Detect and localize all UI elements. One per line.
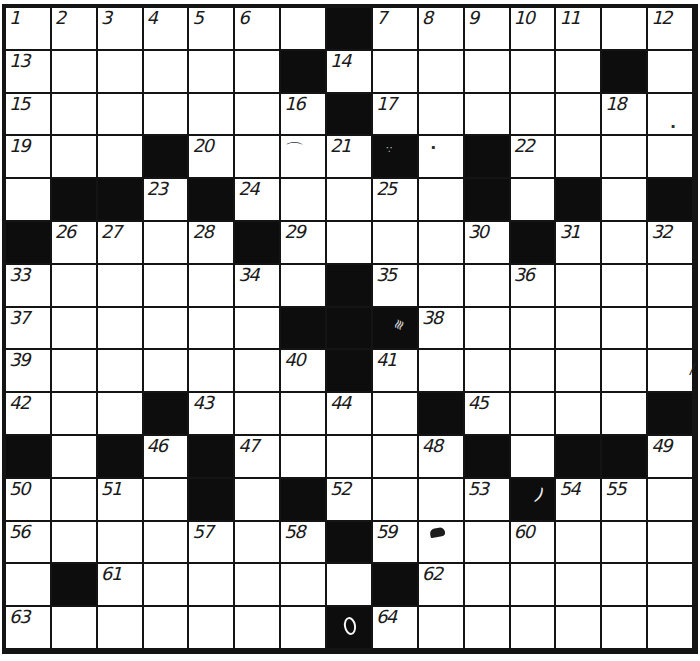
white-cell-r7c6[interactable]: 34 xyxy=(235,265,281,308)
white-cell-r7c7[interactable] xyxy=(281,265,327,308)
clue-number-30: 30 xyxy=(468,222,488,243)
white-cell-r12c14[interactable]: 55 xyxy=(602,479,648,522)
white-cell-r8c15[interactable] xyxy=(648,308,694,351)
white-cell-r10c2[interactable] xyxy=(52,393,98,436)
clue-number-19: 19 xyxy=(9,136,29,157)
clue-number-11: 11 xyxy=(559,8,579,29)
white-cell-r3c4[interactable] xyxy=(144,94,190,137)
white-cell-r7c1[interactable]: 33 xyxy=(6,265,52,308)
white-cell-r9c5[interactable] xyxy=(189,350,235,393)
white-cell-r13c5[interactable]: 57 xyxy=(189,522,235,565)
pencil-mark-white-scribble: ≋ xyxy=(391,319,407,333)
white-cell-r13c1[interactable]: 56 xyxy=(6,522,52,565)
clue-number-28: 28 xyxy=(192,222,212,243)
white-cell-r4c3[interactable] xyxy=(98,136,144,179)
clue-number-50: 50 xyxy=(9,479,29,500)
white-cell-r3c13[interactable] xyxy=(556,94,602,137)
white-cell-r9c6[interactable] xyxy=(235,350,281,393)
white-cell-r14c6[interactable] xyxy=(235,564,281,607)
white-cell-r11c10[interactable]: 48 xyxy=(419,436,465,479)
white-cell-r4c2[interactable] xyxy=(52,136,98,179)
clue-number-7: 7 xyxy=(376,8,386,29)
black-cell-r2c7 xyxy=(281,51,327,94)
white-cell-r1c12[interactable]: 10 xyxy=(511,8,557,51)
white-cell-r1c5[interactable]: 5 xyxy=(189,8,235,51)
white-cell-r13c4[interactable] xyxy=(144,522,190,565)
white-cell-r2c12[interactable] xyxy=(511,51,557,94)
white-cell-r8c10[interactable]: 38 xyxy=(419,308,465,351)
pencil-mark-pencil-dot: · xyxy=(430,140,436,156)
white-cell-r7c13[interactable] xyxy=(556,265,602,308)
black-cell-r5c5 xyxy=(189,179,235,222)
black-cell-r11c5 xyxy=(189,436,235,479)
white-cell-r11c15[interactable]: 49 xyxy=(648,436,694,479)
pencil-mark-white-specks: ∵ xyxy=(386,145,392,155)
white-cell-r6c2[interactable]: 26 xyxy=(52,222,98,265)
clue-number-46: 46 xyxy=(147,436,167,457)
white-cell-r9c12[interactable] xyxy=(511,350,557,393)
white-cell-r15c11[interactable] xyxy=(465,607,511,650)
white-cell-r12c4[interactable] xyxy=(144,479,190,522)
white-cell-r3c12[interactable] xyxy=(511,94,557,137)
black-cell-r8c8 xyxy=(327,308,373,351)
black-cell-r12c5 xyxy=(189,479,235,522)
white-cell-r9c11[interactable] xyxy=(465,350,511,393)
white-cell-r6c11[interactable]: 30 xyxy=(465,222,511,265)
clue-number-52: 52 xyxy=(330,479,350,500)
white-cell-r3c10[interactable] xyxy=(419,94,465,137)
white-cell-r9c13[interactable] xyxy=(556,350,602,393)
white-cell-r1c15[interactable]: 12 xyxy=(648,8,694,51)
white-cell-r15c1[interactable]: 63 xyxy=(6,607,52,650)
black-cell-r10c10 xyxy=(419,393,465,436)
black-cell-r11c11 xyxy=(465,436,511,479)
black-cell-r4c11 xyxy=(465,136,511,179)
white-cell-r3c3[interactable] xyxy=(98,94,144,137)
white-cell-r14c1[interactable] xyxy=(6,564,52,607)
clue-number-56: 56 xyxy=(9,522,29,543)
black-cell-r14c9 xyxy=(373,564,419,607)
white-cell-r7c10[interactable] xyxy=(419,265,465,308)
white-cell-r5c12[interactable] xyxy=(511,179,557,222)
white-cell-r5c4[interactable]: 23 xyxy=(144,179,190,222)
scanned-crossword-page: 123456789101112131415161718·1920⌒21∵·222… xyxy=(0,0,700,661)
black-cell-r13c8 xyxy=(327,522,373,565)
pencil-mark-pencil-dot: · xyxy=(670,119,676,135)
white-cell-r10c8[interactable]: 44 xyxy=(327,393,373,436)
clue-number-24: 24 xyxy=(238,179,258,200)
white-cell-r2c5[interactable] xyxy=(189,51,235,94)
white-cell-r12c11[interactable]: 53 xyxy=(465,479,511,522)
white-cell-r1c4[interactable]: 4 xyxy=(144,8,190,51)
black-cell-r5c13 xyxy=(556,179,602,222)
white-cell-r9c15[interactable] xyxy=(648,350,694,393)
white-cell-r7c3[interactable] xyxy=(98,265,144,308)
crossword-board: 123456789101112131415161718·1920⌒21∵·222… xyxy=(2,4,698,654)
clue-number-31: 31 xyxy=(559,222,579,243)
white-cell-r1c2[interactable]: 2 xyxy=(52,8,98,51)
white-cell-r2c3[interactable] xyxy=(98,51,144,94)
white-cell-r10c7[interactable] xyxy=(281,393,327,436)
clue-number-59: 59 xyxy=(376,522,396,543)
clue-number-12: 12 xyxy=(651,8,671,29)
clue-number-39: 39 xyxy=(9,350,29,371)
white-cell-r13c9[interactable]: 59 xyxy=(373,522,419,565)
white-cell-r14c10[interactable]: 62 xyxy=(419,564,465,607)
white-cell-r6c13[interactable]: 31 xyxy=(556,222,602,265)
white-cell-r10c11[interactable]: 45 xyxy=(465,393,511,436)
white-cell-r8c3[interactable] xyxy=(98,308,144,351)
white-cell-r1c11[interactable]: 9 xyxy=(465,8,511,51)
clue-number-22: 22 xyxy=(514,136,534,157)
white-cell-r12c15[interactable] xyxy=(648,479,694,522)
white-cell-r2c13[interactable] xyxy=(556,51,602,94)
white-cell-r7c12[interactable]: 36 xyxy=(511,265,557,308)
black-cell-r6c6 xyxy=(235,222,281,265)
white-cell-r14c5[interactable] xyxy=(189,564,235,607)
pencil-mark-white-curve: ) xyxy=(533,486,544,504)
white-cell-r13c7[interactable]: 58 xyxy=(281,522,327,565)
white-cell-r14c3[interactable]: 61 xyxy=(98,564,144,607)
white-cell-r3c14[interactable]: 18 xyxy=(602,94,648,137)
black-cell-r12c7 xyxy=(281,479,327,522)
white-cell-r14c14[interactable] xyxy=(602,564,648,607)
white-cell-r10c14[interactable] xyxy=(602,393,648,436)
white-cell-r10c13[interactable] xyxy=(556,393,602,436)
white-cell-r7c5[interactable] xyxy=(189,265,235,308)
clue-number-64: 64 xyxy=(376,607,396,628)
black-cell-r10c4 xyxy=(144,393,190,436)
white-cell-r15c7[interactable] xyxy=(281,607,327,650)
white-cell-r11c2[interactable] xyxy=(52,436,98,479)
white-cell-r3c7[interactable]: 16 xyxy=(281,94,327,137)
clue-number-18: 18 xyxy=(605,94,625,115)
white-cell-r4c7[interactable]: ⌒ xyxy=(281,136,327,179)
white-cell-r2c15[interactable] xyxy=(648,51,694,94)
white-cell-r3c1[interactable]: 15 xyxy=(6,94,52,137)
white-cell-r12c2[interactable] xyxy=(52,479,98,522)
clue-number-58: 58 xyxy=(284,522,304,543)
white-cell-r8c13[interactable] xyxy=(556,308,602,351)
clue-number-63: 63 xyxy=(9,607,29,628)
white-cell-r4c13[interactable] xyxy=(556,136,602,179)
clue-number-26: 26 xyxy=(55,222,75,243)
white-cell-r5c10[interactable] xyxy=(419,179,465,222)
black-cell-r3c8 xyxy=(327,94,373,137)
black-cell-r7c8 xyxy=(327,265,373,308)
clue-number-60: 60 xyxy=(514,522,534,543)
black-cell-r8c9: ≋ xyxy=(373,308,419,351)
white-cell-r2c8[interactable]: 14 xyxy=(327,51,373,94)
black-cell-r9c8 xyxy=(327,350,373,393)
clue-number-3: 3 xyxy=(101,8,111,29)
clue-number-14: 14 xyxy=(330,51,350,72)
white-cell-r7c9[interactable]: 35 xyxy=(373,265,419,308)
white-cell-r13c2[interactable] xyxy=(52,522,98,565)
black-cell-r11c1 xyxy=(6,436,52,479)
black-cell-r11c14 xyxy=(602,436,648,479)
white-cell-r4c15[interactable] xyxy=(648,136,694,179)
white-cell-r8c12[interactable] xyxy=(511,308,557,351)
clue-number-5: 5 xyxy=(192,8,202,29)
black-cell-r8c7 xyxy=(281,308,327,351)
white-cell-r1c10[interactable]: 8 xyxy=(419,8,465,51)
white-cell-r15c10[interactable] xyxy=(419,607,465,650)
white-cell-r15c5[interactable] xyxy=(189,607,235,650)
clue-number-10: 10 xyxy=(514,8,534,29)
clue-number-49: 49 xyxy=(651,436,671,457)
clue-number-35: 35 xyxy=(376,265,396,286)
black-cell-r5c3 xyxy=(98,179,144,222)
white-cell-r1c6[interactable]: 6 xyxy=(235,8,281,51)
white-cell-r2c6[interactable] xyxy=(235,51,281,94)
white-cell-r10c1[interactable]: 42 xyxy=(6,393,52,436)
clue-number-47: 47 xyxy=(238,436,258,457)
white-cell-r7c11[interactable] xyxy=(465,265,511,308)
clue-number-40: 40 xyxy=(284,350,304,371)
white-cell-r12c1[interactable]: 50 xyxy=(6,479,52,522)
black-cell-r5c11 xyxy=(465,179,511,222)
white-cell-r12c6[interactable] xyxy=(235,479,281,522)
white-cell-r15c13[interactable] xyxy=(556,607,602,650)
black-cell-r11c3 xyxy=(98,436,144,479)
clue-number-38: 38 xyxy=(422,308,442,329)
white-cell-r13c3[interactable] xyxy=(98,522,144,565)
white-cell-r10c5[interactable]: 43 xyxy=(189,393,235,436)
white-cell-r11c4[interactable]: 46 xyxy=(144,436,190,479)
white-cell-r7c15[interactable] xyxy=(648,265,694,308)
white-cell-r5c14[interactable] xyxy=(602,179,648,222)
white-cell-r6c8[interactable] xyxy=(327,222,373,265)
clue-number-62: 62 xyxy=(422,564,442,585)
white-cell-r1c13[interactable]: 11 xyxy=(556,8,602,51)
white-cell-r14c7[interactable] xyxy=(281,564,327,607)
white-cell-r8c11[interactable] xyxy=(465,308,511,351)
white-cell-r1c3[interactable]: 3 xyxy=(98,8,144,51)
white-cell-r12c8[interactable]: 52 xyxy=(327,479,373,522)
white-cell-r8c5[interactable] xyxy=(189,308,235,351)
white-cell-r9c1[interactable]: 39 xyxy=(6,350,52,393)
white-cell-r14c4[interactable] xyxy=(144,564,190,607)
white-cell-r1c1[interactable]: 1 xyxy=(6,8,52,51)
clue-number-9: 9 xyxy=(468,8,478,29)
white-cell-r6c4[interactable] xyxy=(144,222,190,265)
white-cell-r5c9[interactable]: 25 xyxy=(373,179,419,222)
clue-number-1: 1 xyxy=(9,8,19,29)
white-cell-r11c8[interactable] xyxy=(327,436,373,479)
black-cell-r5c2 xyxy=(52,179,98,222)
clue-number-17: 17 xyxy=(376,94,396,115)
white-cell-r8c2[interactable] xyxy=(52,308,98,351)
clue-number-15: 15 xyxy=(9,94,29,115)
clue-number-29: 29 xyxy=(284,222,304,243)
white-cell-r2c11[interactable] xyxy=(465,51,511,94)
white-cell-r5c1[interactable] xyxy=(6,179,52,222)
clue-number-61: 61 xyxy=(101,564,121,585)
white-cell-r6c3[interactable]: 27 xyxy=(98,222,144,265)
white-cell-r10c9[interactable] xyxy=(373,393,419,436)
clue-number-48: 48 xyxy=(422,436,442,457)
white-cell-r14c15[interactable] xyxy=(648,564,694,607)
white-cell-r13c14[interactable] xyxy=(602,522,648,565)
white-cell-r8c4[interactable] xyxy=(144,308,190,351)
pencil-mark-pencil-curve: ⌒ xyxy=(285,142,305,157)
black-cell-r11c13 xyxy=(556,436,602,479)
black-cell-r5c15 xyxy=(648,179,694,222)
clue-number-21: 21 xyxy=(330,136,350,157)
white-cell-r9c10[interactable] xyxy=(419,350,465,393)
white-cell-r2c2[interactable] xyxy=(52,51,98,94)
white-cell-r15c14[interactable] xyxy=(602,607,648,650)
white-cell-r13c6[interactable] xyxy=(235,522,281,565)
white-cell-r15c9[interactable]: 64 xyxy=(373,607,419,650)
white-cell-r5c6[interactable]: 24 xyxy=(235,179,281,222)
clue-number-6: 6 xyxy=(238,8,248,29)
white-cell-r13c12[interactable]: 60 xyxy=(511,522,557,565)
white-cell-r15c12[interactable] xyxy=(511,607,557,650)
clue-number-32: 32 xyxy=(651,222,671,243)
clue-number-55: 55 xyxy=(605,479,625,500)
white-cell-r1c9[interactable]: 7 xyxy=(373,8,419,51)
white-cell-r2c4[interactable] xyxy=(144,51,190,94)
white-cell-r3c2[interactable] xyxy=(52,94,98,137)
white-cell-r12c3[interactable]: 51 xyxy=(98,479,144,522)
white-cell-r12c9[interactable] xyxy=(373,479,419,522)
white-cell-r2c9[interactable] xyxy=(373,51,419,94)
white-cell-r4c14[interactable] xyxy=(602,136,648,179)
white-cell-r15c2[interactable] xyxy=(52,607,98,650)
white-cell-r12c13[interactable]: 54 xyxy=(556,479,602,522)
white-cell-r3c15[interactable]: · xyxy=(648,94,694,137)
white-cell-r15c15[interactable] xyxy=(648,607,694,650)
white-cell-r11c12[interactable] xyxy=(511,436,557,479)
white-cell-r9c14[interactable] xyxy=(602,350,648,393)
white-cell-r13c15[interactable] xyxy=(648,522,694,565)
white-cell-r15c4[interactable] xyxy=(144,607,190,650)
clue-number-2: 2 xyxy=(55,8,65,29)
clue-number-4: 4 xyxy=(147,8,157,29)
white-cell-r3c9[interactable]: 17 xyxy=(373,94,419,137)
white-cell-r9c7[interactable]: 40 xyxy=(281,350,327,393)
black-cell-r12c12: ) xyxy=(511,479,557,522)
white-cell-r3c11[interactable] xyxy=(465,94,511,137)
white-cell-r2c10[interactable] xyxy=(419,51,465,94)
black-cell-r4c9: ∵ xyxy=(373,136,419,179)
white-cell-r1c7[interactable] xyxy=(281,8,327,51)
white-cell-r4c6[interactable] xyxy=(235,136,281,179)
clue-number-41: 41 xyxy=(376,350,396,371)
clue-number-27: 27 xyxy=(101,222,121,243)
black-cell-r2c14 xyxy=(602,51,648,94)
white-cell-r9c9[interactable]: 41 xyxy=(373,350,419,393)
black-cell-r6c12 xyxy=(511,222,557,265)
white-cell-r12c10[interactable] xyxy=(419,479,465,522)
black-cell-r14c2 xyxy=(52,564,98,607)
white-cell-r10c6[interactable] xyxy=(235,393,281,436)
clue-number-33: 33 xyxy=(9,265,29,286)
white-cell-r3c5[interactable] xyxy=(189,94,235,137)
white-cell-r4c10[interactable]: · xyxy=(419,136,465,179)
clue-number-51: 51 xyxy=(101,479,121,500)
white-cell-r15c6[interactable] xyxy=(235,607,281,650)
white-cell-r6c5[interactable]: 28 xyxy=(189,222,235,265)
white-cell-r9c4[interactable] xyxy=(144,350,190,393)
white-cell-r9c3[interactable] xyxy=(98,350,144,393)
clue-number-34: 34 xyxy=(238,265,258,286)
clue-number-23: 23 xyxy=(147,179,167,200)
clue-number-8: 8 xyxy=(422,8,432,29)
clue-number-43: 43 xyxy=(192,393,212,414)
white-cell-r4c1[interactable]: 19 xyxy=(6,136,52,179)
clue-number-54: 54 xyxy=(559,479,579,500)
white-cell-r7c14[interactable] xyxy=(602,265,648,308)
white-cell-r13c11[interactable] xyxy=(465,522,511,565)
clue-number-20: 20 xyxy=(192,136,212,157)
black-cell-r10c15 xyxy=(648,393,694,436)
clue-number-37: 37 xyxy=(9,308,29,329)
clue-number-57: 57 xyxy=(192,522,212,543)
white-cell-r4c8[interactable]: 21 xyxy=(327,136,373,179)
black-cell-r1c8 xyxy=(327,8,373,51)
white-cell-r7c4[interactable] xyxy=(144,265,190,308)
clue-number-53: 53 xyxy=(468,479,488,500)
white-cell-r5c7[interactable] xyxy=(281,179,327,222)
white-cell-r6c9[interactable] xyxy=(373,222,419,265)
white-cell-r6c10[interactable] xyxy=(419,222,465,265)
white-cell-r6c15[interactable]: 32 xyxy=(648,222,694,265)
clue-number-25: 25 xyxy=(376,179,396,200)
clue-number-13: 13 xyxy=(9,51,29,72)
white-cell-r8c14[interactable] xyxy=(602,308,648,351)
black-cell-r15c8 xyxy=(327,607,373,650)
white-cell-r10c12[interactable] xyxy=(511,393,557,436)
clue-number-16: 16 xyxy=(284,94,304,115)
white-cell-r1c14[interactable] xyxy=(602,8,648,51)
white-cell-r10c3[interactable] xyxy=(98,393,144,436)
white-cell-r14c8[interactable] xyxy=(327,564,373,607)
white-cell-r8c6[interactable] xyxy=(235,308,281,351)
white-cell-r14c11[interactable] xyxy=(465,564,511,607)
white-cell-r13c13[interactable] xyxy=(556,522,602,565)
white-cell-r6c14[interactable] xyxy=(602,222,648,265)
white-cell-r9c2[interactable] xyxy=(52,350,98,393)
clue-number-36: 36 xyxy=(514,265,534,286)
pencil-mark-pencil-blob xyxy=(430,527,446,538)
white-cell-r14c13[interactable] xyxy=(556,564,602,607)
white-cell-r11c7[interactable] xyxy=(281,436,327,479)
white-cell-r2c1[interactable]: 13 xyxy=(6,51,52,94)
white-cell-r11c9[interactable] xyxy=(373,436,419,479)
white-cell-r4c5[interactable]: 20 xyxy=(189,136,235,179)
clue-number-45: 45 xyxy=(468,393,488,414)
white-cell-r8c1[interactable]: 37 xyxy=(6,308,52,351)
black-cell-r4c4 xyxy=(144,136,190,179)
white-cell-r14c12[interactable] xyxy=(511,564,557,607)
white-cell-r3c6[interactable] xyxy=(235,94,281,137)
white-cell-r5c8[interactable] xyxy=(327,179,373,222)
clue-number-44: 44 xyxy=(330,393,350,414)
white-cell-r11c6[interactable]: 47 xyxy=(235,436,281,479)
white-cell-r13c10[interactable] xyxy=(419,522,465,565)
white-cell-r7c2[interactable] xyxy=(52,265,98,308)
white-cell-r15c3[interactable] xyxy=(98,607,144,650)
white-cell-r6c7[interactable]: 29 xyxy=(281,222,327,265)
black-cell-r6c1 xyxy=(6,222,52,265)
pencil-mark-white-oval xyxy=(342,616,357,636)
white-cell-r4c12[interactable]: 22 xyxy=(511,136,557,179)
clue-number-42: 42 xyxy=(9,393,29,414)
